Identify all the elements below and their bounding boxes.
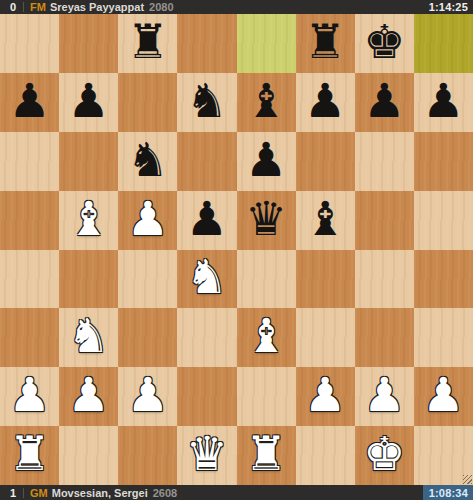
square-c1[interactable] — [118, 426, 177, 485]
black-pawn-h7[interactable]: ♟ — [422, 77, 464, 124]
square-c2[interactable]: ♟ — [118, 367, 177, 426]
top-player-name: Sreyas Payyappat — [50, 1, 144, 13]
square-e1[interactable]: ♜ — [237, 426, 296, 485]
top-player-rating: 2080 — [149, 1, 173, 13]
white-pawn-g2[interactable]: ♟ — [363, 371, 405, 418]
square-f5[interactable]: ♝ — [296, 191, 355, 250]
square-a4[interactable] — [0, 250, 59, 309]
square-b4[interactable] — [59, 250, 118, 309]
black-knight-c6[interactable]: ♞ — [127, 136, 169, 183]
divider — [23, 488, 24, 498]
square-h7[interactable]: ♟ — [414, 73, 473, 132]
square-d4[interactable]: ♞ — [177, 250, 236, 309]
square-h2[interactable]: ♟ — [414, 367, 473, 426]
square-a8[interactable] — [0, 14, 59, 73]
square-h6[interactable] — [414, 132, 473, 191]
square-h5[interactable] — [414, 191, 473, 250]
square-e5[interactable]: ♛ — [237, 191, 296, 250]
square-d3[interactable] — [177, 308, 236, 367]
square-d5[interactable]: ♟ — [177, 191, 236, 250]
white-queen-d1[interactable]: ♛ — [186, 430, 228, 477]
black-pawn-b7[interactable]: ♟ — [68, 77, 110, 124]
white-pawn-c5[interactable]: ♟ — [127, 195, 169, 242]
square-a7[interactable]: ♟ — [0, 73, 59, 132]
black-bishop-f5[interactable]: ♝ — [304, 195, 346, 242]
black-knight-d7[interactable]: ♞ — [186, 77, 228, 124]
square-g2[interactable]: ♟ — [355, 367, 414, 426]
bottom-player-title: GM — [30, 487, 48, 499]
bottom-player-bar: 1 GM Movsesian, Sergei 2608 1:08:34 — [0, 485, 473, 500]
square-d8[interactable] — [177, 14, 236, 73]
square-a3[interactable] — [0, 308, 59, 367]
bottom-player-clock: 1:08:34 — [423, 485, 473, 500]
square-a6[interactable] — [0, 132, 59, 191]
square-g1[interactable]: ♚ — [355, 426, 414, 485]
square-f3[interactable] — [296, 308, 355, 367]
white-rook-e1[interactable]: ♜ — [245, 430, 287, 477]
square-d1[interactable]: ♛ — [177, 426, 236, 485]
top-player-bar: 0 FM Sreyas Payyappat 2080 1:14:25 — [0, 0, 473, 14]
square-e3[interactable]: ♝ — [237, 308, 296, 367]
white-rook-a1[interactable]: ♜ — [8, 430, 50, 477]
square-g5[interactable] — [355, 191, 414, 250]
square-g8[interactable]: ♚ — [355, 14, 414, 73]
square-b2[interactable]: ♟ — [59, 367, 118, 426]
square-g3[interactable] — [355, 308, 414, 367]
square-e8[interactable] — [237, 14, 296, 73]
white-bishop-e3[interactable]: ♝ — [245, 312, 287, 359]
square-c7[interactable] — [118, 73, 177, 132]
square-c4[interactable] — [118, 250, 177, 309]
square-g4[interactable] — [355, 250, 414, 309]
resize-grip-icon[interactable] — [463, 475, 472, 484]
square-d6[interactable] — [177, 132, 236, 191]
top-player-clock: 1:14:25 — [423, 0, 473, 14]
square-g6[interactable] — [355, 132, 414, 191]
square-c3[interactable] — [118, 308, 177, 367]
square-f7[interactable]: ♟ — [296, 73, 355, 132]
square-h4[interactable] — [414, 250, 473, 309]
black-pawn-d5[interactable]: ♟ — [186, 195, 228, 242]
square-c8[interactable]: ♜ — [118, 14, 177, 73]
square-f8[interactable]: ♜ — [296, 14, 355, 73]
black-rook-f8[interactable]: ♜ — [304, 18, 346, 65]
game-widget: 0 FM Sreyas Payyappat 2080 1:14:25 ♜♜♚♟♟… — [0, 0, 473, 500]
black-king-g8[interactable]: ♚ — [363, 18, 405, 65]
black-queen-e5[interactable]: ♛ — [245, 195, 287, 242]
square-d2[interactable] — [177, 367, 236, 426]
white-pawn-h2[interactable]: ♟ — [422, 371, 464, 418]
top-player-title: FM — [30, 1, 46, 13]
black-pawn-g7[interactable]: ♟ — [363, 77, 405, 124]
white-king-g1[interactable]: ♚ — [363, 430, 405, 477]
square-d7[interactable]: ♞ — [177, 73, 236, 132]
square-f1[interactable] — [296, 426, 355, 485]
square-f4[interactable] — [296, 250, 355, 309]
square-c5[interactable]: ♟ — [118, 191, 177, 250]
black-pawn-a7[interactable]: ♟ — [8, 77, 50, 124]
bottom-player-rating: 2608 — [153, 487, 177, 499]
white-bishop-b5[interactable]: ♝ — [68, 195, 110, 242]
square-h3[interactable] — [414, 308, 473, 367]
white-knight-d4[interactable]: ♞ — [186, 253, 228, 300]
square-a2[interactable]: ♟ — [0, 367, 59, 426]
white-pawn-a2[interactable]: ♟ — [8, 371, 50, 418]
square-e4[interactable] — [237, 250, 296, 309]
white-pawn-b2[interactable]: ♟ — [68, 371, 110, 418]
square-b6[interactable] — [59, 132, 118, 191]
black-pawn-f7[interactable]: ♟ — [304, 77, 346, 124]
square-e2[interactable] — [237, 367, 296, 426]
square-c6[interactable]: ♞ — [118, 132, 177, 191]
square-b5[interactable]: ♝ — [59, 191, 118, 250]
square-b3[interactable]: ♞ — [59, 308, 118, 367]
square-b1[interactable] — [59, 426, 118, 485]
black-rook-c8[interactable]: ♜ — [127, 18, 169, 65]
black-bishop-e7[interactable]: ♝ — [245, 77, 287, 124]
square-b7[interactable]: ♟ — [59, 73, 118, 132]
square-f2[interactable]: ♟ — [296, 367, 355, 426]
square-b8[interactable] — [59, 14, 118, 73]
square-a5[interactable] — [0, 191, 59, 250]
white-pawn-f2[interactable]: ♟ — [304, 371, 346, 418]
square-f6[interactable] — [296, 132, 355, 191]
black-pawn-e6[interactable]: ♟ — [245, 136, 287, 183]
square-e7[interactable]: ♝ — [237, 73, 296, 132]
top-player-score: 0 — [7, 1, 19, 13]
square-g7[interactable]: ♟ — [355, 73, 414, 132]
white-knight-b3[interactable]: ♞ — [68, 312, 110, 359]
bottom-player-score: 1 — [7, 487, 19, 499]
white-pawn-c2[interactable]: ♟ — [127, 371, 169, 418]
square-e6[interactable]: ♟ — [237, 132, 296, 191]
bottom-player-name: Movsesian, Sergei — [52, 487, 148, 499]
divider — [23, 2, 24, 12]
board: ♜♜♚♟♟♞♝♟♟♟♞♟♝♟♟♛♝♞♞♝♟♟♟♟♟♟♜♛♜♚ — [0, 14, 473, 485]
square-h8[interactable] — [414, 14, 473, 73]
square-a1[interactable]: ♜ — [0, 426, 59, 485]
